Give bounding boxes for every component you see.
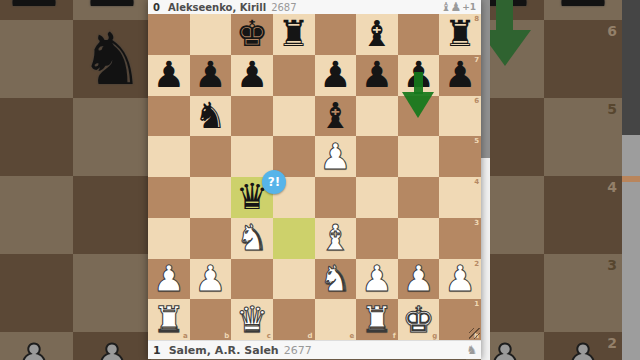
square-f4[interactable] bbox=[356, 177, 398, 218]
black-pawn-f7: ♟ bbox=[361, 57, 393, 93]
square-c6[interactable] bbox=[231, 96, 273, 137]
rank-label-6: 6 bbox=[474, 97, 479, 105]
background-square-h4: 4 bbox=[544, 176, 622, 254]
background-scrollbar-track-light bbox=[481, 158, 490, 360]
background-square-b5 bbox=[73, 98, 151, 176]
file-label-c: c bbox=[267, 332, 271, 340]
square-e5[interactable]: ♟ bbox=[315, 136, 357, 177]
square-f5[interactable] bbox=[356, 136, 398, 177]
black-bishop-f8: ♝ bbox=[361, 16, 393, 52]
white-bishop-e3: ♝ bbox=[319, 220, 351, 256]
square-f7[interactable]: ♟ bbox=[356, 55, 398, 96]
square-c1[interactable]: ♛c bbox=[231, 299, 273, 340]
black-pawn-b7: ♟ bbox=[194, 57, 226, 93]
square-f1[interactable]: ♜f bbox=[356, 299, 398, 340]
player-bar-top: 0 Alekseenko, Kirill 2687 ♝♟ +1 bbox=[148, 0, 481, 14]
white-king-g1: ♚ bbox=[402, 302, 434, 338]
square-b5[interactable] bbox=[190, 136, 232, 177]
black-pawn-a7: ♟ bbox=[153, 57, 185, 93]
background-piece-a2: ♟ bbox=[2, 332, 67, 360]
background-square-b2: ♟ bbox=[73, 332, 151, 360]
square-g2[interactable]: ♟ bbox=[398, 259, 440, 300]
bottom-player-name: Salem, A.R. Saleh bbox=[169, 344, 279, 357]
rank-label-7: 7 bbox=[474, 56, 479, 64]
square-f6[interactable] bbox=[356, 96, 398, 137]
square-e4[interactable] bbox=[315, 177, 357, 218]
video-frame: ♟♟♟♞♟♟♟♟6543♟2 0 Alekseenko, Kirill 2687… bbox=[0, 0, 640, 360]
background-rank-label-3: 3 bbox=[607, 257, 617, 273]
background-right-bar-marker bbox=[622, 176, 640, 182]
square-d2[interactable] bbox=[273, 259, 315, 300]
background-square-a2: ♟ bbox=[0, 332, 73, 360]
background-right-bar-dark bbox=[622, 0, 640, 135]
background-square-b3 bbox=[73, 254, 151, 332]
white-queen-c1: ♛ bbox=[236, 302, 268, 338]
file-label-f: f bbox=[393, 332, 396, 340]
white-rook-a1: ♜ bbox=[153, 302, 185, 338]
black-pawn-c7: ♟ bbox=[236, 57, 268, 93]
square-d7[interactable] bbox=[273, 55, 315, 96]
black-bishop-e6: ♝ bbox=[319, 98, 351, 134]
square-d6[interactable] bbox=[273, 96, 315, 137]
background-square-b4 bbox=[73, 176, 151, 254]
black-pawn-h7: ♟ bbox=[444, 57, 476, 93]
background-square-a7: ♟ bbox=[0, 0, 73, 20]
background-square-h7: ♟ bbox=[544, 0, 622, 20]
square-d8[interactable]: ♜ bbox=[273, 14, 315, 55]
square-f8[interactable]: ♝ bbox=[356, 14, 398, 55]
square-h7[interactable]: ♟7 bbox=[439, 55, 481, 96]
square-e7[interactable]: ♟ bbox=[315, 55, 357, 96]
background-square-h2: ♟2 bbox=[544, 332, 622, 360]
square-g3[interactable] bbox=[398, 218, 440, 259]
square-a7[interactable]: ♟ bbox=[148, 55, 190, 96]
black-pawn-e7: ♟ bbox=[319, 57, 351, 93]
square-e2[interactable]: ♞ bbox=[315, 259, 357, 300]
background-piece-h7: ♟ bbox=[551, 0, 616, 20]
top-player-rating: 2687 bbox=[271, 2, 296, 13]
square-f3[interactable] bbox=[356, 218, 398, 259]
background-square-h5: 5 bbox=[544, 98, 622, 176]
square-b6[interactable]: ♞ bbox=[190, 96, 232, 137]
background-arrow-shaft bbox=[496, 0, 513, 32]
square-b1[interactable]: b bbox=[190, 299, 232, 340]
bottom-player-score: 1 bbox=[153, 344, 161, 357]
square-g1[interactable]: ♚g bbox=[398, 299, 440, 340]
suggestion-arrow-head bbox=[402, 92, 434, 118]
square-a5[interactable] bbox=[148, 136, 190, 177]
top-player-score: 0 bbox=[153, 2, 160, 13]
background-rank-label-4: 4 bbox=[607, 179, 617, 195]
background-square-b6: ♞ bbox=[73, 20, 151, 98]
black-rook-h8: ♜ bbox=[444, 16, 476, 52]
file-label-e: e bbox=[349, 332, 354, 340]
bottom-player-rating: 2677 bbox=[284, 344, 312, 357]
square-a1[interactable]: ♜a bbox=[148, 299, 190, 340]
square-g4[interactable] bbox=[398, 177, 440, 218]
top-player-name: Alekseenko, Kirill bbox=[168, 2, 266, 13]
square-e6[interactable]: ♝ bbox=[315, 96, 357, 137]
background-square-a3 bbox=[0, 254, 73, 332]
square-h8[interactable]: ♜8 bbox=[439, 14, 481, 55]
square-e8[interactable] bbox=[315, 14, 357, 55]
resize-handle[interactable] bbox=[469, 328, 480, 339]
square-b2[interactable]: ♟ bbox=[190, 259, 232, 300]
game-panel: 0 Alekseenko, Kirill 2687 ♝♟ +1 ♚♜♝♜8♟♟♟… bbox=[148, 0, 481, 360]
white-pawn-g2: ♟ bbox=[402, 261, 434, 297]
square-a4[interactable] bbox=[148, 177, 190, 218]
square-c8[interactable]: ♚ bbox=[231, 14, 273, 55]
square-f2[interactable]: ♟ bbox=[356, 259, 398, 300]
square-b7[interactable]: ♟ bbox=[190, 55, 232, 96]
file-label-g: g bbox=[432, 332, 437, 340]
white-pawn-a2: ♟ bbox=[153, 261, 185, 297]
background-scrollbar-track bbox=[481, 0, 490, 158]
file-label-b: b bbox=[224, 332, 229, 340]
rank-label-1: 1 bbox=[474, 300, 479, 308]
background-square-h6: 6 bbox=[544, 20, 622, 98]
background-square-a6 bbox=[0, 20, 73, 98]
square-b8[interactable] bbox=[190, 14, 232, 55]
rank-label-2: 2 bbox=[474, 260, 479, 268]
rank-label-8: 8 bbox=[474, 15, 479, 23]
white-rook-f1: ♜ bbox=[361, 302, 393, 338]
square-c3[interactable]: ♞ bbox=[231, 218, 273, 259]
bottom-captured-pieces-icons: ♞ bbox=[466, 343, 476, 357]
square-c2[interactable] bbox=[231, 259, 273, 300]
square-g5[interactable] bbox=[398, 136, 440, 177]
white-pawn-e5: ♟ bbox=[319, 139, 351, 175]
square-e1[interactable]: e bbox=[315, 299, 357, 340]
background-piece-h2: ♟ bbox=[551, 332, 616, 360]
square-h2[interactable]: ♟2 bbox=[439, 259, 481, 300]
square-a2[interactable]: ♟ bbox=[148, 259, 190, 300]
file-label-d: d bbox=[307, 332, 312, 340]
square-h3[interactable]: 3 bbox=[439, 218, 481, 259]
square-c7[interactable]: ♟ bbox=[231, 55, 273, 96]
suggestion-arrow-shaft bbox=[414, 72, 423, 94]
background-rank-label-2: 2 bbox=[607, 335, 617, 351]
background-square-h3: 3 bbox=[544, 254, 622, 332]
square-h4[interactable]: 4 bbox=[439, 177, 481, 218]
file-label-a: a bbox=[183, 332, 188, 340]
white-pawn-f2: ♟ bbox=[361, 261, 393, 297]
rank-label-3: 3 bbox=[474, 219, 479, 227]
square-a3[interactable] bbox=[148, 218, 190, 259]
player-bar-bottom: 1 Salem, A.R. Saleh 2677 ♞ bbox=[148, 340, 481, 359]
square-e3[interactable]: ♝ bbox=[315, 218, 357, 259]
background-right-bar-light bbox=[622, 135, 640, 360]
square-b3[interactable] bbox=[190, 218, 232, 259]
square-g8[interactable] bbox=[398, 14, 440, 55]
chess-board: ♚♜♝♜8♟♟♟♟♟♟♟7♞♝6♟5♛4♞♝3♟♟♞♟♟♟2♜ab♛cde♜f♚… bbox=[148, 14, 481, 340]
square-h6[interactable]: 6 bbox=[439, 96, 481, 137]
top-material-advantage: +1 bbox=[462, 2, 476, 12]
square-a6[interactable] bbox=[148, 96, 190, 137]
rank-label-5: 5 bbox=[474, 137, 479, 145]
white-knight-c3: ♞ bbox=[236, 220, 268, 256]
white-knight-e2: ♞ bbox=[319, 261, 351, 297]
rank-label-4: 4 bbox=[474, 178, 479, 186]
background-square-a5 bbox=[0, 98, 73, 176]
square-h5[interactable]: 5 bbox=[439, 136, 481, 177]
square-d1[interactable]: d bbox=[273, 299, 315, 340]
square-a8[interactable] bbox=[148, 14, 190, 55]
black-knight-b6: ♞ bbox=[194, 98, 226, 134]
background-piece-a7: ♟ bbox=[2, 0, 67, 20]
background-rank-label-6: 6 bbox=[607, 23, 617, 39]
white-pawn-b2: ♟ bbox=[194, 261, 226, 297]
square-b4[interactable] bbox=[190, 177, 232, 218]
annotation-badge: ?! bbox=[262, 170, 286, 194]
black-king-c8: ♚ bbox=[236, 16, 268, 52]
background-square-a4 bbox=[0, 176, 73, 254]
black-rook-d8: ♜ bbox=[278, 16, 310, 52]
top-captured-pieces-icons: ♝♟ bbox=[441, 0, 461, 14]
background-piece-b2: ♟ bbox=[80, 332, 145, 360]
white-pawn-h2: ♟ bbox=[444, 261, 476, 297]
square-d3[interactable] bbox=[273, 218, 315, 259]
background-rank-label-5: 5 bbox=[607, 101, 617, 117]
background-piece-b6: ♞ bbox=[80, 20, 145, 98]
